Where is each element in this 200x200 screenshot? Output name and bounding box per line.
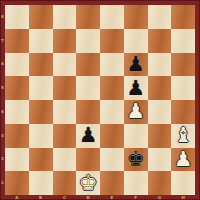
file-label-b: B	[39, 196, 42, 200]
rank-label-8: 8	[1, 15, 4, 19]
square-d1[interactable]: ♚	[76, 171, 100, 195]
square-b7[interactable]	[29, 29, 53, 53]
square-g2[interactable]	[148, 148, 172, 172]
rank-label-4: 4	[1, 110, 4, 114]
file-label-e: E	[111, 196, 114, 200]
square-g8[interactable]	[148, 5, 172, 29]
square-g5[interactable]	[148, 76, 172, 100]
file-label-c: C	[63, 196, 66, 200]
file-label-f: F	[134, 196, 137, 200]
square-f1[interactable]	[124, 171, 148, 195]
white-king[interactable]: ♚	[76, 171, 100, 195]
square-d6[interactable]	[76, 53, 100, 77]
file-label-d: D	[86, 196, 89, 200]
square-c1[interactable]	[53, 171, 77, 195]
square-f2[interactable]: ♚	[124, 148, 148, 172]
square-f3[interactable]	[124, 124, 148, 148]
square-b1[interactable]	[29, 171, 53, 195]
square-g1[interactable]	[148, 171, 172, 195]
square-f7[interactable]	[124, 29, 148, 53]
file-label-h: H	[181, 196, 184, 200]
square-g7[interactable]	[148, 29, 172, 53]
square-h3[interactable]: ♝	[171, 124, 195, 148]
square-c4[interactable]	[53, 100, 77, 124]
white-pawn[interactable]: ♟	[124, 100, 148, 124]
square-a8[interactable]	[5, 5, 29, 29]
square-c2[interactable]	[53, 148, 77, 172]
square-f6[interactable]: ♟	[124, 53, 148, 77]
square-h4[interactable]	[171, 100, 195, 124]
square-d3[interactable]: ♟	[76, 124, 100, 148]
square-h2[interactable]: ♟	[171, 148, 195, 172]
square-b5[interactable]	[29, 76, 53, 100]
square-f5[interactable]: ♟	[124, 76, 148, 100]
black-pawn[interactable]: ♟	[124, 53, 148, 77]
square-a2[interactable]	[5, 148, 29, 172]
square-c8[interactable]	[53, 5, 77, 29]
rank-label-1: 1	[1, 181, 4, 185]
square-c5[interactable]	[53, 76, 77, 100]
square-b3[interactable]	[29, 124, 53, 148]
square-b2[interactable]	[29, 148, 53, 172]
black-pawn[interactable]: ♟	[124, 76, 148, 100]
square-h7[interactable]	[171, 29, 195, 53]
square-e8[interactable]	[100, 5, 124, 29]
rank-label-7: 7	[1, 39, 4, 43]
square-e3[interactable]	[100, 124, 124, 148]
board-grid: ♟♟♟♟♝♚♟♚	[5, 5, 195, 195]
square-a7[interactable]	[5, 29, 29, 53]
square-b8[interactable]	[29, 5, 53, 29]
black-king[interactable]: ♚	[124, 148, 148, 172]
square-e6[interactable]	[100, 53, 124, 77]
square-h5[interactable]	[171, 76, 195, 100]
rank-label-2: 2	[1, 157, 4, 161]
square-c7[interactable]	[53, 29, 77, 53]
square-c6[interactable]	[53, 53, 77, 77]
square-c3[interactable]	[53, 124, 77, 148]
white-bishop[interactable]: ♝	[171, 124, 195, 148]
square-d8[interactable]	[76, 5, 100, 29]
file-label-a: A	[15, 196, 18, 200]
rank-label-6: 6	[1, 62, 4, 66]
rank-label-5: 5	[1, 86, 4, 90]
square-b4[interactable]	[29, 100, 53, 124]
square-a3[interactable]	[5, 124, 29, 148]
square-a1[interactable]	[5, 171, 29, 195]
chess-board: ♟♟♟♟♝♚♟♚ ABCDEFGH87654321	[0, 0, 200, 200]
square-f8[interactable]	[124, 5, 148, 29]
square-a5[interactable]	[5, 76, 29, 100]
square-e7[interactable]	[100, 29, 124, 53]
square-e2[interactable]	[100, 148, 124, 172]
square-e5[interactable]	[100, 76, 124, 100]
square-h1[interactable]	[171, 171, 195, 195]
black-pawn[interactable]: ♟	[76, 124, 100, 148]
square-d5[interactable]	[76, 76, 100, 100]
square-g4[interactable]	[148, 100, 172, 124]
square-g6[interactable]	[148, 53, 172, 77]
square-e1[interactable]	[100, 171, 124, 195]
square-h8[interactable]	[171, 5, 195, 29]
square-f4[interactable]: ♟	[124, 100, 148, 124]
square-a4[interactable]	[5, 100, 29, 124]
square-b6[interactable]	[29, 53, 53, 77]
square-g3[interactable]	[148, 124, 172, 148]
square-h6[interactable]	[171, 53, 195, 77]
rank-label-3: 3	[1, 134, 4, 138]
file-label-g: G	[158, 196, 161, 200]
square-e4[interactable]	[100, 100, 124, 124]
square-a6[interactable]	[5, 53, 29, 77]
square-d4[interactable]	[76, 100, 100, 124]
white-pawn[interactable]: ♟	[171, 148, 195, 172]
square-d7[interactable]	[76, 29, 100, 53]
square-d2[interactable]	[76, 148, 100, 172]
